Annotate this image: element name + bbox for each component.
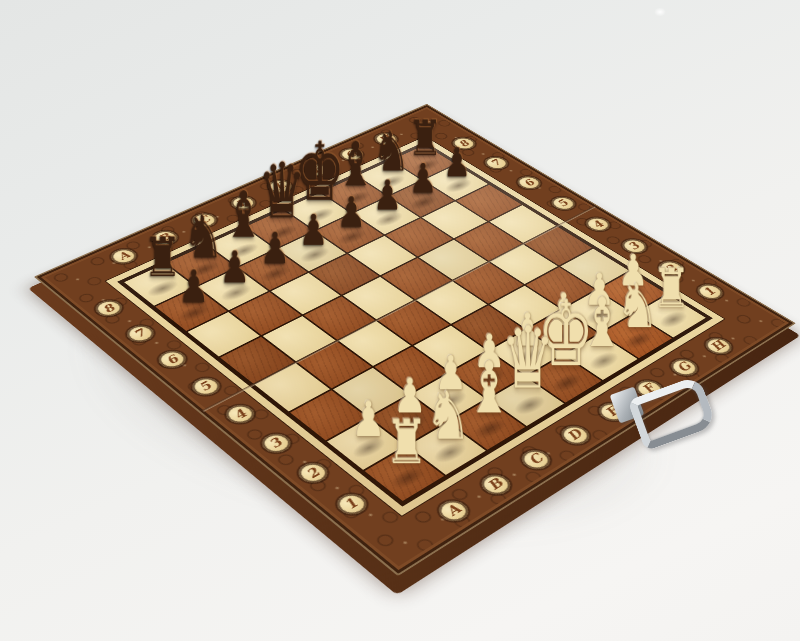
rank-label-cell: 7 bbox=[110, 315, 169, 354]
rank-label-6-left: 6 bbox=[153, 348, 190, 371]
clasp-loop bbox=[627, 375, 717, 452]
piece-glyph: ♟ bbox=[154, 265, 233, 310]
camera-tilt-wrapper: ABCDEFGH ABCDEFGH 12345678 12345678 ♜♞♝♛… bbox=[0, 0, 800, 641]
file-label-b-near: B bbox=[475, 471, 515, 498]
rank-label-3-left: 3 bbox=[256, 430, 295, 456]
rank-label-4-left: 4 bbox=[221, 402, 260, 427]
piece-glyph: ♜ bbox=[362, 413, 452, 474]
file-label-d-near: D bbox=[556, 422, 595, 448]
file-label-cell: H bbox=[689, 328, 748, 365]
perspective-scene: ABCDEFGH ABCDEFGH 12345678 12345678 ♜♞♝♛… bbox=[0, 0, 800, 641]
metal-clasp bbox=[612, 378, 712, 458]
rank-label-1-left: 1 bbox=[331, 490, 372, 518]
file-label-h-near: H bbox=[700, 335, 736, 357]
rank-label-5-left: 5 bbox=[186, 375, 224, 399]
file-label-a-near: A bbox=[433, 496, 474, 524]
file-label-g-near: G bbox=[666, 356, 703, 379]
board-face: ABCDEFGH ABCDEFGH 12345678 12345678 bbox=[34, 104, 796, 576]
rank-label-cell: 8 bbox=[80, 290, 138, 327]
photo-backdrop: ABCDEFGH ABCDEFGH 12345678 12345678 ♜♞♝♛… bbox=[0, 0, 800, 641]
rank-label-7-left: 7 bbox=[121, 322, 158, 345]
chess-board: ABCDEFGH ABCDEFGH 12345678 12345678 ♜♞♝♛… bbox=[34, 104, 796, 576]
rank-label-2-left: 2 bbox=[293, 460, 333, 487]
file-label-c-near: C bbox=[516, 446, 555, 472]
rank-label-8-left: 8 bbox=[91, 298, 127, 320]
